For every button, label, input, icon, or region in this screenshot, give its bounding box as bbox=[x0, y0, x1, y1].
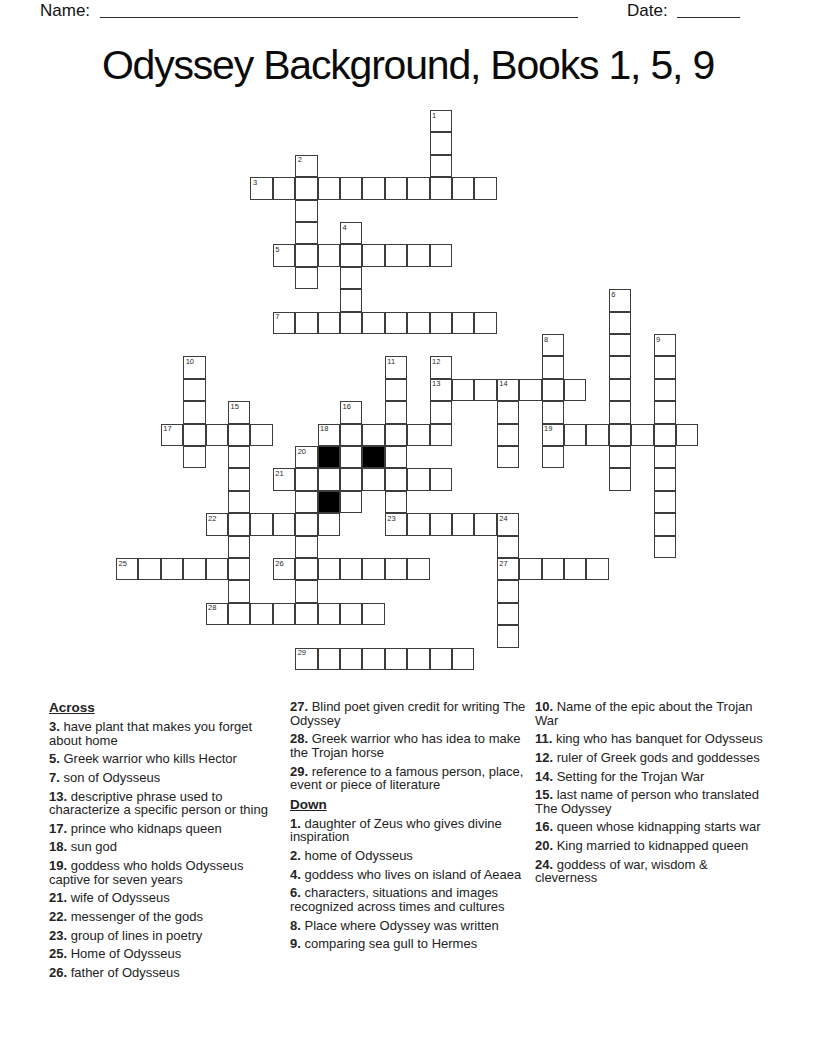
grid-cell[interactable] bbox=[340, 289, 362, 311]
clue: 29. reference to a famous person, place,… bbox=[290, 765, 528, 792]
grid-cell[interactable] bbox=[385, 424, 407, 446]
grid-cell[interactable]: 15 bbox=[228, 401, 250, 423]
clue: 26. father of Odysseus bbox=[49, 966, 287, 980]
grid-cell[interactable] bbox=[250, 513, 272, 535]
grid-cell[interactable] bbox=[295, 244, 317, 266]
grid-cell[interactable]: 24 bbox=[497, 513, 519, 535]
grid-cell[interactable] bbox=[362, 648, 384, 670]
clue: 4. goddess who lives on island of Aeaea bbox=[290, 868, 528, 882]
crossword-grid: 1234567891011121314151617181920212223242… bbox=[116, 110, 700, 671]
grid-cell[interactable]: 28 bbox=[206, 603, 228, 625]
clue: 3. have plant that makes you forget abou… bbox=[49, 720, 287, 747]
clue: 5. Greek warrior who kills Hector bbox=[49, 752, 287, 766]
grid-cell[interactable] bbox=[430, 401, 452, 423]
clue: 21. wife of Odysseus bbox=[49, 891, 287, 905]
grid-cell[interactable] bbox=[407, 513, 429, 535]
clue: 27. Blind poet given credit for writing … bbox=[290, 700, 528, 727]
grid-cell[interactable] bbox=[430, 312, 452, 334]
grid-cell[interactable]: 4 bbox=[340, 222, 362, 244]
grid-cell[interactable] bbox=[430, 513, 452, 535]
grid-cell[interactable] bbox=[497, 536, 519, 558]
grid-cell[interactable] bbox=[430, 132, 452, 154]
grid-cell[interactable] bbox=[295, 177, 317, 199]
grid-cell[interactable] bbox=[318, 648, 340, 670]
grid-cell[interactable] bbox=[542, 356, 564, 378]
grid-cell[interactable] bbox=[497, 580, 519, 602]
grid-cell[interactable] bbox=[430, 468, 452, 490]
clue-number: 17 bbox=[163, 425, 171, 433]
grid-cell[interactable] bbox=[295, 513, 317, 535]
grid-cell[interactable] bbox=[295, 536, 317, 558]
grid-cell[interactable]: 25 bbox=[116, 558, 138, 580]
date-label: Date: bbox=[627, 1, 668, 21]
clue: 18. sun god bbox=[49, 840, 287, 854]
clue: 13. descriptive phrase used to character… bbox=[49, 790, 287, 817]
clue-number: 27 bbox=[499, 560, 507, 568]
grid-cell[interactable]: 9 bbox=[654, 334, 676, 356]
clue: 24. goddess of war, wisdom & cleverness bbox=[535, 858, 771, 885]
grid-cell[interactable] bbox=[430, 177, 452, 199]
grid-cell[interactable] bbox=[430, 155, 452, 177]
clue-number: 13 bbox=[432, 380, 440, 388]
grid-cell[interactable] bbox=[273, 177, 295, 199]
clue: 6. characters, situations and images rec… bbox=[290, 886, 528, 913]
grid-cell[interactable]: 26 bbox=[273, 558, 295, 580]
grid-cell[interactable] bbox=[676, 424, 698, 446]
clue-number: 14 bbox=[499, 380, 507, 388]
puzzle-title: Odyssey Background, Books 1, 5, 9 bbox=[0, 42, 816, 89]
down-heading: Down bbox=[290, 797, 528, 812]
grid-cell[interactable] bbox=[228, 468, 250, 490]
grid-cell[interactable] bbox=[318, 513, 340, 535]
grid-cell[interactable] bbox=[362, 312, 384, 334]
grid-cell[interactable] bbox=[542, 558, 564, 580]
grid-cell[interactable]: 13 bbox=[430, 379, 452, 401]
grid-cell[interactable] bbox=[474, 177, 496, 199]
grid-cell[interactable]: 27 bbox=[497, 558, 519, 580]
grid-cell[interactable] bbox=[318, 468, 340, 490]
clue: 28. Greek warrior who has idea to make t… bbox=[290, 732, 528, 759]
grid-cell[interactable] bbox=[228, 424, 250, 446]
grid-cell[interactable] bbox=[609, 312, 631, 334]
grid-cell[interactable] bbox=[318, 177, 340, 199]
grid-cell[interactable] bbox=[385, 177, 407, 199]
grid-cell[interactable] bbox=[407, 424, 429, 446]
clue-number: 10 bbox=[186, 358, 194, 366]
clue-column-1: Across 3. have plant that makes you forg… bbox=[49, 700, 287, 985]
grid-cell[interactable] bbox=[295, 603, 317, 625]
grid-cell[interactable] bbox=[497, 603, 519, 625]
grid-cell[interactable] bbox=[564, 558, 586, 580]
grid-cell[interactable] bbox=[654, 401, 676, 423]
grid-cell[interactable]: 18 bbox=[318, 424, 340, 446]
grid-cell[interactable] bbox=[474, 312, 496, 334]
grid-cell[interactable] bbox=[228, 536, 250, 558]
clue-number: 21 bbox=[275, 470, 283, 478]
grid-cell[interactable] bbox=[609, 379, 631, 401]
grid-cell[interactable] bbox=[385, 558, 407, 580]
grid-cell[interactable] bbox=[138, 558, 160, 580]
grid-cell[interactable] bbox=[654, 424, 676, 446]
grid-cell[interactable] bbox=[586, 558, 608, 580]
grid-cell[interactable] bbox=[318, 603, 340, 625]
grid-cell[interactable] bbox=[362, 177, 384, 199]
grid-cell[interactable]: 16 bbox=[340, 401, 362, 423]
grid-cell[interactable] bbox=[206, 424, 228, 446]
grid-cell[interactable] bbox=[228, 580, 250, 602]
grid-cell[interactable] bbox=[340, 558, 362, 580]
grid-cell[interactable] bbox=[362, 244, 384, 266]
clue: 15. last name of person who translated T… bbox=[535, 788, 771, 815]
clue-number: 1 bbox=[432, 112, 436, 120]
grid-cell[interactable] bbox=[385, 401, 407, 423]
grid-cell[interactable] bbox=[407, 558, 429, 580]
grid-cell[interactable] bbox=[407, 648, 429, 670]
grid-cell[interactable] bbox=[362, 468, 384, 490]
grid-cell[interactable] bbox=[654, 446, 676, 468]
grid-cell[interactable] bbox=[519, 379, 541, 401]
grid-cell[interactable]: 5 bbox=[273, 244, 295, 266]
clue-number: 2 bbox=[298, 156, 302, 164]
grid-cell[interactable] bbox=[295, 267, 317, 289]
grid-cell[interactable] bbox=[228, 491, 250, 513]
clue: 12. ruler of Greek gods and goddesses bbox=[535, 751, 771, 765]
grid-cell[interactable] bbox=[519, 558, 541, 580]
grid-cell[interactable] bbox=[340, 424, 362, 446]
clue: 20. King married to kidnapped queen bbox=[535, 839, 771, 853]
grid-cell[interactable]: 3 bbox=[250, 177, 272, 199]
grid-cell[interactable] bbox=[430, 244, 452, 266]
clue: 19. goddess who holds Odysseus captive f… bbox=[49, 859, 287, 886]
grid-cell[interactable]: 14 bbox=[497, 379, 519, 401]
grid-cell[interactable] bbox=[183, 558, 205, 580]
grid-cell[interactable] bbox=[273, 603, 295, 625]
grid-cell[interactable] bbox=[385, 648, 407, 670]
grid-cell[interactable]: 11 bbox=[385, 356, 407, 378]
grid-cell[interactable] bbox=[452, 379, 474, 401]
clue-number: 26 bbox=[275, 560, 283, 568]
grid-cell[interactable] bbox=[407, 312, 429, 334]
grid-cell[interactable] bbox=[295, 200, 317, 222]
grid-cell[interactable] bbox=[385, 446, 407, 468]
grid-cell[interactable] bbox=[452, 648, 474, 670]
clue-number: 7 bbox=[275, 313, 279, 321]
grid-cell[interactable] bbox=[542, 379, 564, 401]
black-cell bbox=[318, 446, 340, 468]
grid-cell[interactable] bbox=[340, 267, 362, 289]
clue-number: 23 bbox=[387, 515, 395, 523]
clue: 14. Setting for the Trojan War bbox=[535, 770, 771, 784]
grid-cell[interactable] bbox=[295, 558, 317, 580]
grid-cell[interactable]: 6 bbox=[609, 289, 631, 311]
clue-number: 18 bbox=[320, 425, 328, 433]
grid-cell[interactable] bbox=[295, 312, 317, 334]
clue: 22. messenger of the gods bbox=[49, 910, 287, 924]
grid-cell[interactable] bbox=[497, 625, 519, 647]
clue-number: 3 bbox=[253, 179, 257, 187]
clue-number: 20 bbox=[298, 448, 306, 456]
grid-cell[interactable] bbox=[564, 424, 586, 446]
clue-number: 11 bbox=[387, 358, 395, 366]
clue-number: 4 bbox=[343, 224, 347, 232]
grid-cell[interactable]: 1 bbox=[430, 110, 452, 132]
clue: 16. queen whose kidnapping starts war bbox=[535, 820, 771, 834]
clue-column-3: 10. Name of the epic about the Trojan Wa… bbox=[535, 700, 771, 890]
grid-cell[interactable] bbox=[273, 513, 295, 535]
grid-cell[interactable] bbox=[407, 177, 429, 199]
grid-cell[interactable] bbox=[183, 379, 205, 401]
grid-cell[interactable] bbox=[228, 558, 250, 580]
grid-cell[interactable]: 7 bbox=[273, 312, 295, 334]
name-blank-line[interactable] bbox=[100, 17, 578, 18]
grid-cell[interactable] bbox=[161, 558, 183, 580]
grid-cell[interactable] bbox=[385, 468, 407, 490]
clue: 25. Home of Odysseus bbox=[49, 947, 287, 961]
clue-number: 5 bbox=[275, 246, 279, 254]
grid-cell[interactable] bbox=[452, 312, 474, 334]
grid-cell[interactable] bbox=[385, 312, 407, 334]
grid-cell[interactable]: 29 bbox=[295, 648, 317, 670]
grid-cell[interactable] bbox=[340, 312, 362, 334]
grid-cell[interactable]: 8 bbox=[542, 334, 564, 356]
grid-cell[interactable] bbox=[654, 379, 676, 401]
grid-cell[interactable] bbox=[340, 648, 362, 670]
grid-cell[interactable] bbox=[609, 356, 631, 378]
grid-cell[interactable]: 10 bbox=[183, 356, 205, 378]
grid-cell[interactable] bbox=[340, 603, 362, 625]
grid-cell[interactable] bbox=[654, 513, 676, 535]
grid-cell[interactable] bbox=[452, 177, 474, 199]
grid-cell[interactable] bbox=[609, 468, 631, 490]
grid-cell[interactable] bbox=[497, 401, 519, 423]
grid-cell[interactable] bbox=[295, 491, 317, 513]
grid-cell[interactable] bbox=[340, 177, 362, 199]
grid-cell[interactable] bbox=[542, 401, 564, 423]
grid-cell[interactable] bbox=[609, 446, 631, 468]
grid-cell[interactable] bbox=[609, 334, 631, 356]
grid-cell[interactable] bbox=[183, 446, 205, 468]
grid-cell[interactable] bbox=[318, 558, 340, 580]
clue-number: 15 bbox=[231, 403, 239, 411]
date-blank-line[interactable] bbox=[677, 17, 740, 18]
clue: 23. group of lines in poetry bbox=[49, 929, 287, 943]
grid-cell[interactable] bbox=[385, 244, 407, 266]
grid-cell[interactable] bbox=[362, 603, 384, 625]
clue: 17. prince who kidnaps queen bbox=[49, 822, 287, 836]
grid-cell[interactable]: 2 bbox=[295, 155, 317, 177]
clue: 1. daughter of Zeus who gives divine ins… bbox=[290, 817, 528, 844]
grid-cell[interactable] bbox=[228, 446, 250, 468]
grid-cell[interactable] bbox=[295, 222, 317, 244]
clue-number: 29 bbox=[298, 649, 306, 657]
grid-cell[interactable]: 20 bbox=[295, 446, 317, 468]
clue-number: 9 bbox=[656, 336, 660, 344]
grid-cell[interactable] bbox=[385, 379, 407, 401]
clue-number: 24 bbox=[499, 515, 507, 523]
grid-cell[interactable] bbox=[340, 468, 362, 490]
grid-cell[interactable] bbox=[250, 603, 272, 625]
grid-cell[interactable] bbox=[609, 424, 631, 446]
clue: 10. Name of the epic about the Trojan Wa… bbox=[535, 700, 771, 727]
grid-cell[interactable] bbox=[430, 648, 452, 670]
grid-cell[interactable] bbox=[407, 468, 429, 490]
grid-cell[interactable] bbox=[362, 424, 384, 446]
name-label: Name: bbox=[40, 1, 90, 21]
grid-cell[interactable] bbox=[183, 401, 205, 423]
grid-cell[interactable] bbox=[340, 446, 362, 468]
grid-cell[interactable] bbox=[340, 491, 362, 513]
grid-cell[interactable] bbox=[474, 513, 496, 535]
grid-cell[interactable] bbox=[654, 468, 676, 490]
grid-cell[interactable] bbox=[206, 558, 228, 580]
grid-cell[interactable]: 12 bbox=[430, 356, 452, 378]
grid-cell[interactable] bbox=[183, 424, 205, 446]
grid-cell[interactable] bbox=[385, 491, 407, 513]
grid-cell[interactable]: 22 bbox=[206, 513, 228, 535]
clue-number: 28 bbox=[208, 604, 216, 612]
clue-number: 12 bbox=[432, 358, 440, 366]
grid-cell[interactable]: 17 bbox=[161, 424, 183, 446]
grid-cell[interactable] bbox=[228, 513, 250, 535]
grid-cell[interactable] bbox=[474, 379, 496, 401]
clue-number: 8 bbox=[544, 336, 548, 344]
grid-cell[interactable] bbox=[542, 446, 564, 468]
grid-cell[interactable] bbox=[295, 580, 317, 602]
grid-cell[interactable] bbox=[654, 536, 676, 558]
clue-number: 6 bbox=[611, 291, 615, 299]
grid-cell[interactable] bbox=[295, 468, 317, 490]
grid-cell[interactable] bbox=[340, 244, 362, 266]
grid-cell[interactable] bbox=[586, 424, 608, 446]
clue: 7. son of Odysseus bbox=[49, 771, 287, 785]
across-heading: Across bbox=[49, 700, 287, 715]
grid-cell[interactable] bbox=[318, 312, 340, 334]
clue-number: 25 bbox=[119, 560, 127, 568]
black-cell bbox=[362, 446, 384, 468]
grid-cell[interactable]: 19 bbox=[542, 424, 564, 446]
clue-number: 19 bbox=[544, 425, 552, 433]
clue: 9. comparing sea gull to Hermes bbox=[290, 937, 528, 951]
grid-cell[interactable] bbox=[452, 513, 474, 535]
clue: 8. Place where Odyssey was written bbox=[290, 919, 528, 933]
worksheet-header: Name: Date: bbox=[0, 0, 816, 24]
grid-cell[interactable] bbox=[497, 446, 519, 468]
clue: 2. home of Odysseus bbox=[290, 849, 528, 863]
clue: 11. king who has banquet for Odysseus bbox=[535, 732, 771, 746]
grid-cell[interactable] bbox=[250, 424, 272, 446]
grid-cell[interactable] bbox=[318, 244, 340, 266]
clue-column-2: 27. Blind poet given credit for writing … bbox=[290, 700, 528, 956]
clue-number: 16 bbox=[343, 403, 351, 411]
grid-cell[interactable] bbox=[497, 424, 519, 446]
grid-cell[interactable] bbox=[228, 603, 250, 625]
clue-number: 22 bbox=[208, 515, 216, 523]
grid-cell[interactable] bbox=[564, 379, 586, 401]
grid-cell[interactable]: 23 bbox=[385, 513, 407, 535]
grid-cell[interactable]: 21 bbox=[273, 468, 295, 490]
grid-cell[interactable] bbox=[362, 558, 384, 580]
grid-cell[interactable] bbox=[430, 424, 452, 446]
grid-cell[interactable] bbox=[654, 356, 676, 378]
grid-cell[interactable] bbox=[631, 424, 653, 446]
grid-cell[interactable] bbox=[654, 491, 676, 513]
grid-cell[interactable] bbox=[609, 401, 631, 423]
black-cell bbox=[318, 491, 340, 513]
grid-cell[interactable] bbox=[407, 244, 429, 266]
